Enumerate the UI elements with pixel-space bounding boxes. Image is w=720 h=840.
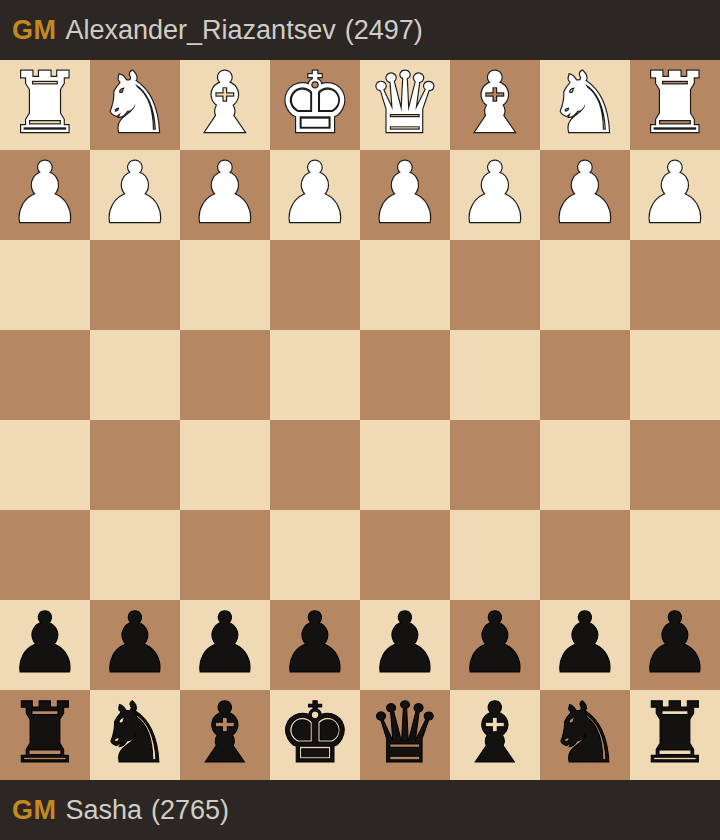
player-title-top: GM: [12, 15, 57, 46]
square-f5[interactable]: [180, 420, 270, 510]
black-pawn[interactable]: ♟: [7, 601, 82, 685]
square-d2[interactable]: ♟: [360, 150, 450, 240]
black-rook[interactable]: ♜: [7, 691, 82, 775]
square-g5[interactable]: [90, 420, 180, 510]
square-h3[interactable]: [0, 240, 90, 330]
chess-board[interactable]: ♜♞♝♚♛♝♞♜♟♟♟♟♟♟♟♟♟♟♟♟♟♟♟♟♜♞♝♚♛♝♞♜: [0, 60, 720, 780]
player-bar-bottom: GM Sasha (2765): [0, 780, 720, 840]
square-h8[interactable]: ♜: [0, 690, 90, 780]
square-b2[interactable]: ♟: [540, 150, 630, 240]
square-g3[interactable]: [90, 240, 180, 330]
square-e5[interactable]: [270, 420, 360, 510]
square-e2[interactable]: ♟: [270, 150, 360, 240]
square-h6[interactable]: [0, 510, 90, 600]
square-e6[interactable]: [270, 510, 360, 600]
square-f2[interactable]: ♟: [180, 150, 270, 240]
square-a6[interactable]: [630, 510, 720, 600]
black-knight[interactable]: ♞: [547, 691, 622, 775]
square-c4[interactable]: [450, 330, 540, 420]
white-pawn[interactable]: ♟: [187, 151, 262, 235]
square-a8[interactable]: ♜: [630, 690, 720, 780]
player-title-bottom: GM: [12, 795, 57, 826]
square-a1[interactable]: ♜: [630, 60, 720, 150]
square-d5[interactable]: [360, 420, 450, 510]
square-e8[interactable]: ♚: [270, 690, 360, 780]
square-d4[interactable]: [360, 330, 450, 420]
square-h4[interactable]: [0, 330, 90, 420]
white-king[interactable]: ♚: [277, 61, 352, 145]
square-h1[interactable]: ♜: [0, 60, 90, 150]
square-a7[interactable]: ♟: [630, 600, 720, 690]
square-h2[interactable]: ♟: [0, 150, 90, 240]
white-knight[interactable]: ♞: [97, 61, 172, 145]
white-knight[interactable]: ♞: [547, 61, 622, 145]
white-pawn[interactable]: ♟: [97, 151, 172, 235]
white-pawn[interactable]: ♟: [547, 151, 622, 235]
square-c2[interactable]: ♟: [450, 150, 540, 240]
black-pawn[interactable]: ♟: [547, 601, 622, 685]
square-g4[interactable]: [90, 330, 180, 420]
square-g1[interactable]: ♞: [90, 60, 180, 150]
square-g7[interactable]: ♟: [90, 600, 180, 690]
square-d1[interactable]: ♛: [360, 60, 450, 150]
square-f3[interactable]: [180, 240, 270, 330]
square-b8[interactable]: ♞: [540, 690, 630, 780]
square-g6[interactable]: [90, 510, 180, 600]
black-pawn[interactable]: ♟: [187, 601, 262, 685]
square-d6[interactable]: [360, 510, 450, 600]
square-a5[interactable]: [630, 420, 720, 510]
square-d8[interactable]: ♛: [360, 690, 450, 780]
square-f4[interactable]: [180, 330, 270, 420]
white-pawn[interactable]: ♟: [277, 151, 352, 235]
player-name-top[interactable]: Alexander_Riazantsev: [66, 15, 336, 46]
player-rating-top: (2497): [345, 15, 423, 46]
square-c8[interactable]: ♝: [450, 690, 540, 780]
white-pawn[interactable]: ♟: [457, 151, 532, 235]
square-b5[interactable]: [540, 420, 630, 510]
square-h5[interactable]: [0, 420, 90, 510]
square-c7[interactable]: ♟: [450, 600, 540, 690]
black-king[interactable]: ♚: [277, 691, 352, 775]
square-b7[interactable]: ♟: [540, 600, 630, 690]
square-b3[interactable]: [540, 240, 630, 330]
square-h7[interactable]: ♟: [0, 600, 90, 690]
square-d3[interactable]: [360, 240, 450, 330]
square-a3[interactable]: [630, 240, 720, 330]
square-d7[interactable]: ♟: [360, 600, 450, 690]
black-pawn[interactable]: ♟: [457, 601, 532, 685]
white-pawn[interactable]: ♟: [637, 151, 712, 235]
square-e4[interactable]: [270, 330, 360, 420]
square-e7[interactable]: ♟: [270, 600, 360, 690]
white-rook[interactable]: ♜: [7, 61, 82, 145]
square-f6[interactable]: [180, 510, 270, 600]
black-pawn[interactable]: ♟: [277, 601, 352, 685]
black-pawn[interactable]: ♟: [367, 601, 442, 685]
square-a4[interactable]: [630, 330, 720, 420]
black-queen[interactable]: ♛: [367, 691, 442, 775]
square-c6[interactable]: [450, 510, 540, 600]
square-g2[interactable]: ♟: [90, 150, 180, 240]
square-c1[interactable]: ♝: [450, 60, 540, 150]
player-rating-bottom: (2765): [151, 795, 229, 826]
black-pawn[interactable]: ♟: [97, 601, 172, 685]
black-knight[interactable]: ♞: [97, 691, 172, 775]
square-f8[interactable]: ♝: [180, 690, 270, 780]
player-name-bottom[interactable]: Sasha: [66, 795, 143, 826]
square-f7[interactable]: ♟: [180, 600, 270, 690]
white-rook[interactable]: ♜: [637, 61, 712, 145]
square-c5[interactable]: [450, 420, 540, 510]
player-bar-top: GM Alexander_Riazantsev (2497): [0, 0, 720, 60]
square-b6[interactable]: [540, 510, 630, 600]
white-pawn[interactable]: ♟: [7, 151, 82, 235]
square-a2[interactable]: ♟: [630, 150, 720, 240]
white-bishop[interactable]: ♝: [457, 61, 532, 145]
black-bishop[interactable]: ♝: [187, 691, 262, 775]
black-pawn[interactable]: ♟: [637, 601, 712, 685]
square-b4[interactable]: [540, 330, 630, 420]
square-c3[interactable]: [450, 240, 540, 330]
white-queen[interactable]: ♛: [367, 61, 442, 145]
square-b1[interactable]: ♞: [540, 60, 630, 150]
square-g8[interactable]: ♞: [90, 690, 180, 780]
square-e3[interactable]: [270, 240, 360, 330]
white-bishop[interactable]: ♝: [187, 61, 262, 145]
square-e1[interactable]: ♚: [270, 60, 360, 150]
black-bishop[interactable]: ♝: [457, 691, 532, 775]
square-f1[interactable]: ♝: [180, 60, 270, 150]
black-rook[interactable]: ♜: [637, 691, 712, 775]
white-pawn[interactable]: ♟: [367, 151, 442, 235]
